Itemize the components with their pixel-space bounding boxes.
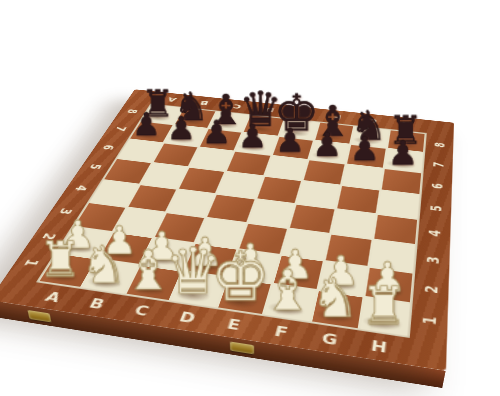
square-h1: ♜: [360, 298, 409, 336]
rank-label: 7: [419, 155, 458, 174]
piece-white-knight: ♞: [81, 240, 127, 289]
square-h5: [378, 191, 419, 218]
square-f6: [303, 161, 344, 185]
product-photo: ABCDEFGH ABCDEFGH 87654321 87654321 ♜♞♝♛…: [0, 0, 500, 396]
square-d4: [208, 194, 254, 221]
square-e6: [265, 156, 307, 180]
square-g5: [337, 186, 379, 213]
piece-black-pawn: ♟: [203, 117, 232, 148]
square-e5: [257, 177, 301, 203]
piece-black-pawn: ♟: [275, 125, 305, 156]
piece-black-pawn: ♟: [388, 138, 418, 170]
piece-white-rook: ♜: [39, 237, 82, 283]
piece-black-pawn: ♟: [239, 121, 268, 152]
rank-label: 8: [421, 136, 459, 154]
square-d6: [227, 152, 270, 175]
square-e7: ♟: [272, 137, 312, 159]
square-h6: [382, 169, 422, 194]
piece-white-rook: ♜: [360, 282, 407, 331]
square-f7: ♟: [309, 141, 348, 163]
brass-latch: [230, 341, 254, 354]
square-c4: [168, 190, 215, 217]
piece-black-pawn: ♟: [312, 129, 342, 161]
rank-label: 6: [417, 175, 458, 196]
square-g7: ♟: [347, 145, 386, 168]
brass-latch: [28, 310, 52, 322]
square-h4: [374, 215, 417, 244]
board-scene: ABCDEFGH ABCDEFGH 87654321 87654321 ♜♞♝♛…: [93, 36, 418, 361]
rank-label: 5: [72, 157, 118, 177]
piece-white-bishop: ♝: [261, 263, 312, 317]
square-d5: [218, 172, 262, 197]
rank-label: 5: [415, 197, 457, 220]
square-c5: [179, 168, 224, 193]
square-f4: [289, 204, 334, 232]
square-c6: [190, 148, 233, 171]
piece-white-knight: ♞: [310, 272, 359, 324]
square-h7: ♟: [385, 149, 423, 172]
square-c7: ♟: [200, 129, 241, 150]
square-f5: [297, 182, 340, 208]
square-d7: ♟: [236, 133, 277, 155]
piece-black-pawn: ♟: [350, 133, 380, 165]
square-g1: ♞: [312, 291, 363, 328]
square-g6: [342, 165, 382, 190]
square-f1: ♝: [264, 285, 316, 321]
chess-board: ABCDEFGH ABCDEFGH 87654321 87654321 ♜♞♝♛…: [0, 89, 454, 371]
square-e4: [248, 199, 294, 227]
square-g4: [331, 209, 375, 238]
piece-black-pawn: ♟: [167, 113, 196, 144]
piece-white-king: ♚: [210, 246, 270, 310]
